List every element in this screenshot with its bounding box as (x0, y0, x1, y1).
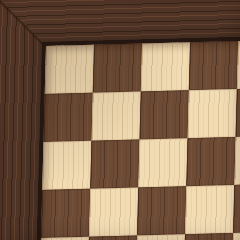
board-square (236, 87, 240, 136)
board-square (43, 92, 92, 141)
board-square (90, 139, 139, 188)
board-square (237, 39, 240, 88)
board-square (42, 141, 91, 190)
board-square (91, 91, 140, 140)
board-square (138, 138, 187, 187)
board-square (233, 184, 240, 233)
board-square (184, 233, 233, 240)
board-square (87, 236, 136, 240)
chessboard (0, 0, 240, 240)
board-square (139, 90, 188, 139)
board-square (186, 137, 235, 186)
board-square (185, 185, 234, 234)
board-square (92, 43, 141, 92)
board-square (137, 186, 186, 235)
board-square (44, 44, 93, 93)
board-square (136, 234, 185, 240)
board-square (189, 40, 238, 89)
board-square (141, 42, 190, 91)
board-square (232, 232, 240, 240)
board-square (235, 136, 240, 185)
board-square (40, 189, 89, 238)
chessboard-squares (38, 38, 240, 240)
board-square (89, 188, 138, 237)
chessboard-photo (0, 0, 240, 240)
board-square (188, 89, 237, 138)
